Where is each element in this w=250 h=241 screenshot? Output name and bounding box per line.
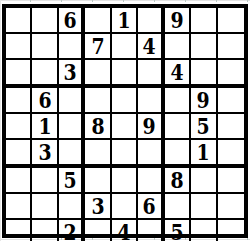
- cell-r9c5[interactable]: 4: [112, 220, 138, 241]
- cell-r4c6[interactable]: [138, 88, 164, 114]
- cell-r2c7[interactable]: [165, 34, 191, 60]
- cell-r5c7[interactable]: [165, 114, 191, 140]
- cell-r4c4[interactable]: [85, 88, 111, 114]
- cell-r3c6[interactable]: [138, 60, 164, 88]
- cell-r1c2[interactable]: [32, 8, 58, 34]
- cell-r9c9[interactable]: [218, 220, 244, 241]
- given-digit: 4: [117, 220, 130, 241]
- given-digit: 5: [197, 114, 210, 138]
- given-digit: 3: [38, 140, 51, 164]
- given-digit: 9: [197, 88, 210, 112]
- cell-r8c3[interactable]: [59, 194, 85, 220]
- given-digit: 5: [64, 168, 77, 192]
- cell-r5c6[interactable]: 9: [138, 114, 164, 140]
- given-digit: 4: [170, 60, 183, 84]
- cell-r1c6[interactable]: [138, 8, 164, 34]
- cell-r5c9[interactable]: [218, 114, 244, 140]
- cell-r8c1[interactable]: [6, 194, 32, 220]
- cell-r3c3[interactable]: 3: [59, 60, 85, 88]
- given-digit: 9: [143, 114, 156, 138]
- cell-r1c1[interactable]: [6, 8, 32, 34]
- cell-r2c4[interactable]: 7: [85, 34, 111, 60]
- given-digit: 1: [197, 140, 210, 164]
- cell-r5c4[interactable]: 8: [85, 114, 111, 140]
- cell-r9c3[interactable]: 2: [59, 220, 85, 241]
- cell-r1c8[interactable]: [191, 8, 217, 34]
- given-digit: 5: [170, 220, 183, 241]
- cell-r6c3[interactable]: [59, 140, 85, 168]
- cell-r1c7[interactable]: 9: [165, 8, 191, 34]
- cell-r6c1[interactable]: [6, 140, 32, 168]
- cell-r7c3[interactable]: 5: [59, 168, 85, 194]
- cell-r2c5[interactable]: [112, 34, 138, 60]
- cell-r6c6[interactable]: [138, 140, 164, 168]
- cell-r2c8[interactable]: [191, 34, 217, 60]
- cell-r2c2[interactable]: [32, 34, 58, 60]
- cell-r6c8[interactable]: 1: [191, 140, 217, 168]
- given-digit: 2: [64, 220, 77, 241]
- cell-r4c7[interactable]: [165, 88, 191, 114]
- sudoku-puzzle-image: 6197434691895315836245: [0, 0, 250, 241]
- spreadsheet-gridline-ticks-top: [0, 0, 250, 2]
- cell-r1c9[interactable]: [218, 8, 244, 34]
- cell-r2c1[interactable]: [6, 34, 32, 60]
- cell-r7c6[interactable]: [138, 168, 164, 194]
- given-digit: 8: [170, 168, 183, 192]
- given-digit: 4: [143, 34, 156, 58]
- cell-r6c2[interactable]: 3: [32, 140, 58, 168]
- cell-r3c7[interactable]: 4: [165, 60, 191, 88]
- given-digit: 1: [117, 8, 130, 32]
- cell-r5c1[interactable]: [6, 114, 32, 140]
- cell-r3c2[interactable]: [32, 60, 58, 88]
- cell-r7c8[interactable]: [191, 168, 217, 194]
- cell-r4c9[interactable]: [218, 88, 244, 114]
- cell-r7c2[interactable]: [32, 168, 58, 194]
- cell-r7c5[interactable]: [112, 168, 138, 194]
- spreadsheet-gridline-left: [0, 0, 1, 241]
- cell-r4c8[interactable]: 9: [191, 88, 217, 114]
- cell-r5c3[interactable]: [59, 114, 85, 140]
- cell-r2c3[interactable]: [59, 34, 85, 60]
- cell-r9c6[interactable]: [138, 220, 164, 241]
- cell-r7c9[interactable]: [218, 168, 244, 194]
- cell-r8c4[interactable]: 3: [85, 194, 111, 220]
- given-digit: 6: [64, 8, 77, 32]
- cell-r7c4[interactable]: [85, 168, 111, 194]
- sudoku-board: 6197434691895315836245: [2, 4, 248, 238]
- cell-r3c4[interactable]: [85, 60, 111, 88]
- cell-r4c3[interactable]: [59, 88, 85, 114]
- cell-r9c4[interactable]: [85, 220, 111, 241]
- cell-r9c2[interactable]: [32, 220, 58, 241]
- given-digit: 6: [143, 194, 156, 218]
- cell-r2c6[interactable]: 4: [138, 34, 164, 60]
- cell-r9c1[interactable]: [6, 220, 32, 241]
- cell-r3c5[interactable]: [112, 60, 138, 88]
- given-digit: 3: [91, 194, 104, 218]
- cell-r4c5[interactable]: [112, 88, 138, 114]
- cell-r3c8[interactable]: [191, 60, 217, 88]
- cell-r8c5[interactable]: [112, 194, 138, 220]
- cell-r4c2[interactable]: 6: [32, 88, 58, 114]
- cell-r1c4[interactable]: [85, 8, 111, 34]
- cell-r7c7[interactable]: 8: [165, 168, 191, 194]
- cell-r4c1[interactable]: [6, 88, 32, 114]
- cell-r7c1[interactable]: [6, 168, 32, 194]
- cell-r9c8[interactable]: [191, 220, 217, 241]
- cell-r6c5[interactable]: [112, 140, 138, 168]
- cell-r8c9[interactable]: [218, 194, 244, 220]
- given-digit: 8: [91, 114, 104, 138]
- cell-r8c8[interactable]: [191, 194, 217, 220]
- cell-r5c5[interactable]: [112, 114, 138, 140]
- cell-r1c3[interactable]: 6: [59, 8, 85, 34]
- cell-r3c1[interactable]: [6, 60, 32, 88]
- cell-r1c5[interactable]: 1: [112, 8, 138, 34]
- cell-r3c9[interactable]: [218, 60, 244, 88]
- cell-r8c6[interactable]: 6: [138, 194, 164, 220]
- given-digit: 9: [170, 8, 183, 32]
- cell-r6c4[interactable]: [85, 140, 111, 168]
- given-digit: 7: [91, 34, 104, 58]
- cell-r9c7[interactable]: 5: [165, 220, 191, 241]
- cell-r5c2[interactable]: 1: [32, 114, 58, 140]
- given-digit: 1: [38, 114, 51, 138]
- cell-r5c8[interactable]: 5: [191, 114, 217, 140]
- given-digit: 6: [38, 88, 51, 112]
- cell-r6c9[interactable]: [218, 140, 244, 168]
- cell-r6c7[interactable]: [165, 140, 191, 168]
- given-digit: 3: [64, 60, 77, 84]
- cell-r8c7[interactable]: [165, 194, 191, 220]
- cell-r8c2[interactable]: [32, 194, 58, 220]
- cell-r2c9[interactable]: [218, 34, 244, 60]
